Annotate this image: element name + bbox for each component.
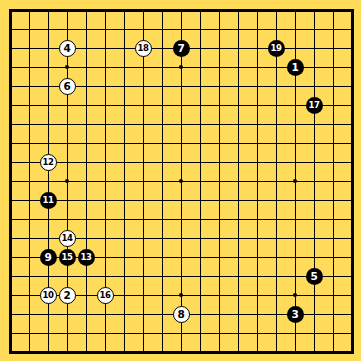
intersection-T7[interactable] [343, 229, 361, 248]
intersection-M15[interactable] [210, 77, 229, 96]
intersection-B4[interactable] [20, 286, 39, 305]
intersection-Q17[interactable] [286, 39, 305, 58]
intersection-K13[interactable] [172, 115, 191, 134]
intersection-C2[interactable] [39, 324, 58, 343]
intersection-L3[interactable] [191, 305, 210, 324]
intersection-D11[interactable] [58, 153, 77, 172]
intersection-A10[interactable] [1, 172, 20, 191]
intersection-D2[interactable] [58, 324, 77, 343]
intersection-R12[interactable] [305, 134, 324, 153]
intersection-S3[interactable] [324, 305, 343, 324]
intersection-R16[interactable] [305, 58, 324, 77]
intersection-O13[interactable] [248, 115, 267, 134]
intersection-K1[interactable] [172, 343, 191, 361]
intersection-P3[interactable] [267, 305, 286, 324]
intersection-K6[interactable] [172, 248, 191, 267]
intersection-S10[interactable] [324, 172, 343, 191]
intersection-O2[interactable] [248, 324, 267, 343]
intersection-L10[interactable] [191, 172, 210, 191]
intersection-M19[interactable] [210, 1, 229, 20]
intersection-E17[interactable] [77, 39, 96, 58]
intersection-G15[interactable] [115, 77, 134, 96]
intersection-T4[interactable] [343, 286, 361, 305]
intersection-S1[interactable] [324, 343, 343, 361]
intersection-P1[interactable] [267, 343, 286, 361]
intersection-T5[interactable] [343, 267, 361, 286]
intersection-F3[interactable] [96, 305, 115, 324]
intersection-H5[interactable] [134, 267, 153, 286]
intersection-N2[interactable] [229, 324, 248, 343]
intersection-J12[interactable] [153, 134, 172, 153]
intersection-A19[interactable] [1, 1, 20, 20]
intersection-L16[interactable] [191, 58, 210, 77]
intersection-A7[interactable] [1, 229, 20, 248]
intersection-B17[interactable] [20, 39, 39, 58]
intersection-M17[interactable] [210, 39, 229, 58]
intersection-N16[interactable] [229, 58, 248, 77]
intersection-B13[interactable] [20, 115, 39, 134]
intersection-O6[interactable] [248, 248, 267, 267]
intersection-T2[interactable] [343, 324, 361, 343]
intersection-R8[interactable] [305, 210, 324, 229]
intersection-H16[interactable] [134, 58, 153, 77]
intersection-O16[interactable] [248, 58, 267, 77]
intersection-Q15[interactable] [286, 77, 305, 96]
intersection-T19[interactable] [343, 1, 361, 20]
intersection-O12[interactable] [248, 134, 267, 153]
intersection-M11[interactable] [210, 153, 229, 172]
intersection-N7[interactable] [229, 229, 248, 248]
intersection-F16[interactable] [96, 58, 115, 77]
intersection-Q13[interactable] [286, 115, 305, 134]
intersection-Q1[interactable] [286, 343, 305, 361]
intersection-C12[interactable] [39, 134, 58, 153]
intersection-M3[interactable] [210, 305, 229, 324]
intersection-P5[interactable] [267, 267, 286, 286]
intersection-J3[interactable] [153, 305, 172, 324]
intersection-N1[interactable] [229, 343, 248, 361]
intersection-N18[interactable] [229, 20, 248, 39]
intersection-R3[interactable] [305, 305, 324, 324]
intersection-R1[interactable] [305, 343, 324, 361]
intersection-C10[interactable] [39, 172, 58, 191]
intersection-A3[interactable] [1, 305, 20, 324]
intersection-H1[interactable] [134, 343, 153, 361]
intersection-D5[interactable] [58, 267, 77, 286]
intersection-F5[interactable] [96, 267, 115, 286]
intersection-O3[interactable] [248, 305, 267, 324]
intersection-B8[interactable] [20, 210, 39, 229]
intersection-J19[interactable] [153, 1, 172, 20]
intersection-C18[interactable] [39, 20, 58, 39]
intersection-B12[interactable] [20, 134, 39, 153]
intersection-H8[interactable] [134, 210, 153, 229]
intersection-K9[interactable] [172, 191, 191, 210]
intersection-E9[interactable] [77, 191, 96, 210]
intersection-L19[interactable] [191, 1, 210, 20]
intersection-P15[interactable] [267, 77, 286, 96]
intersection-L14[interactable] [191, 96, 210, 115]
intersection-O4[interactable] [248, 286, 267, 305]
intersection-F2[interactable] [96, 324, 115, 343]
intersection-C1[interactable] [39, 343, 58, 361]
intersection-F9[interactable] [96, 191, 115, 210]
intersection-P16[interactable] [267, 58, 286, 77]
intersection-F7[interactable] [96, 229, 115, 248]
intersection-K5[interactable] [172, 267, 191, 286]
intersection-J2[interactable] [153, 324, 172, 343]
intersection-B11[interactable] [20, 153, 39, 172]
intersection-F6[interactable] [96, 248, 115, 267]
intersection-H15[interactable] [134, 77, 153, 96]
intersection-R19[interactable] [305, 1, 324, 20]
intersection-A15[interactable] [1, 77, 20, 96]
intersection-E7[interactable] [77, 229, 96, 248]
intersection-G12[interactable] [115, 134, 134, 153]
intersection-G18[interactable] [115, 20, 134, 39]
intersection-L7[interactable] [191, 229, 210, 248]
intersection-N10[interactable] [229, 172, 248, 191]
intersection-K15[interactable] [172, 77, 191, 96]
intersection-R18[interactable] [305, 20, 324, 39]
intersection-N14[interactable] [229, 96, 248, 115]
intersection-E18[interactable] [77, 20, 96, 39]
intersection-N5[interactable] [229, 267, 248, 286]
intersection-M13[interactable] [210, 115, 229, 134]
intersection-M10[interactable] [210, 172, 229, 191]
intersection-K7[interactable] [172, 229, 191, 248]
intersection-S12[interactable] [324, 134, 343, 153]
intersection-N19[interactable] [229, 1, 248, 20]
intersection-O5[interactable] [248, 267, 267, 286]
intersection-T15[interactable] [343, 77, 361, 96]
intersection-N6[interactable] [229, 248, 248, 267]
intersection-T14[interactable] [343, 96, 361, 115]
intersection-S18[interactable] [324, 20, 343, 39]
intersection-N15[interactable] [229, 77, 248, 96]
intersection-M8[interactable] [210, 210, 229, 229]
intersection-A13[interactable] [1, 115, 20, 134]
intersection-M9[interactable] [210, 191, 229, 210]
intersection-P2[interactable] [267, 324, 286, 343]
intersection-L13[interactable] [191, 115, 210, 134]
intersection-D18[interactable] [58, 20, 77, 39]
intersection-M1[interactable] [210, 343, 229, 361]
intersection-S8[interactable] [324, 210, 343, 229]
intersection-L4[interactable] [191, 286, 210, 305]
intersection-L18[interactable] [191, 20, 210, 39]
intersection-A12[interactable] [1, 134, 20, 153]
intersection-D1[interactable] [58, 343, 77, 361]
intersection-H19[interactable] [134, 1, 153, 20]
intersection-K12[interactable] [172, 134, 191, 153]
intersection-S15[interactable] [324, 77, 343, 96]
intersection-F10[interactable] [96, 172, 115, 191]
intersection-L6[interactable] [191, 248, 210, 267]
intersection-M6[interactable] [210, 248, 229, 267]
intersection-K8[interactable] [172, 210, 191, 229]
intersection-K19[interactable] [172, 1, 191, 20]
intersection-L15[interactable] [191, 77, 210, 96]
intersection-T11[interactable] [343, 153, 361, 172]
intersection-F14[interactable] [96, 96, 115, 115]
intersection-R10[interactable] [305, 172, 324, 191]
intersection-E11[interactable] [77, 153, 96, 172]
intersection-P10[interactable] [267, 172, 286, 191]
intersection-S13[interactable] [324, 115, 343, 134]
intersection-J10[interactable] [153, 172, 172, 191]
intersection-T13[interactable] [343, 115, 361, 134]
intersection-P4[interactable] [267, 286, 286, 305]
intersection-N8[interactable] [229, 210, 248, 229]
intersection-G13[interactable] [115, 115, 134, 134]
intersection-M12[interactable] [210, 134, 229, 153]
intersection-G10[interactable] [115, 172, 134, 191]
intersection-G2[interactable] [115, 324, 134, 343]
intersection-G19[interactable] [115, 1, 134, 20]
intersection-J4[interactable] [153, 286, 172, 305]
intersection-C19[interactable] [39, 1, 58, 20]
intersection-P6[interactable] [267, 248, 286, 267]
intersection-F13[interactable] [96, 115, 115, 134]
intersection-D9[interactable] [58, 191, 77, 210]
intersection-O14[interactable] [248, 96, 267, 115]
intersection-G14[interactable] [115, 96, 134, 115]
intersection-P14[interactable] [267, 96, 286, 115]
intersection-S4[interactable] [324, 286, 343, 305]
intersection-A4[interactable] [1, 286, 20, 305]
intersection-J7[interactable] [153, 229, 172, 248]
intersection-S16[interactable] [324, 58, 343, 77]
intersection-Q6[interactable] [286, 248, 305, 267]
intersection-P18[interactable] [267, 20, 286, 39]
intersection-H7[interactable] [134, 229, 153, 248]
intersection-H18[interactable] [134, 20, 153, 39]
intersection-S9[interactable] [324, 191, 343, 210]
intersection-Q11[interactable] [286, 153, 305, 172]
intersection-C14[interactable] [39, 96, 58, 115]
intersection-K2[interactable] [172, 324, 191, 343]
intersection-B9[interactable] [20, 191, 39, 210]
intersection-R2[interactable] [305, 324, 324, 343]
intersection-G11[interactable] [115, 153, 134, 172]
intersection-C15[interactable] [39, 77, 58, 96]
intersection-F11[interactable] [96, 153, 115, 172]
intersection-P19[interactable] [267, 1, 286, 20]
intersection-G16[interactable] [115, 58, 134, 77]
intersection-C7[interactable] [39, 229, 58, 248]
intersection-R6[interactable] [305, 248, 324, 267]
intersection-J1[interactable] [153, 343, 172, 361]
intersection-H10[interactable] [134, 172, 153, 191]
intersection-J8[interactable] [153, 210, 172, 229]
intersection-T3[interactable] [343, 305, 361, 324]
intersection-O15[interactable] [248, 77, 267, 96]
intersection-K11[interactable] [172, 153, 191, 172]
intersection-O18[interactable] [248, 20, 267, 39]
intersection-G4[interactable] [115, 286, 134, 305]
intersection-A8[interactable] [1, 210, 20, 229]
intersection-D8[interactable] [58, 210, 77, 229]
intersection-S19[interactable] [324, 1, 343, 20]
intersection-S2[interactable] [324, 324, 343, 343]
intersection-J17[interactable] [153, 39, 172, 58]
intersection-F15[interactable] [96, 77, 115, 96]
intersection-E3[interactable] [77, 305, 96, 324]
intersection-B2[interactable] [20, 324, 39, 343]
intersection-D14[interactable] [58, 96, 77, 115]
intersection-E15[interactable] [77, 77, 96, 96]
intersection-P9[interactable] [267, 191, 286, 210]
intersection-J6[interactable] [153, 248, 172, 267]
intersection-P13[interactable] [267, 115, 286, 134]
intersection-G7[interactable] [115, 229, 134, 248]
intersection-P12[interactable] [267, 134, 286, 153]
intersection-E16[interactable] [77, 58, 96, 77]
intersection-O11[interactable] [248, 153, 267, 172]
intersection-D19[interactable] [58, 1, 77, 20]
intersection-T8[interactable] [343, 210, 361, 229]
intersection-O10[interactable] [248, 172, 267, 191]
intersection-H11[interactable] [134, 153, 153, 172]
intersection-H3[interactable] [134, 305, 153, 324]
intersection-F18[interactable] [96, 20, 115, 39]
intersection-L1[interactable] [191, 343, 210, 361]
intersection-B19[interactable] [20, 1, 39, 20]
intersection-A2[interactable] [1, 324, 20, 343]
intersection-K18[interactable] [172, 20, 191, 39]
intersection-R7[interactable] [305, 229, 324, 248]
intersection-A14[interactable] [1, 96, 20, 115]
intersection-R9[interactable] [305, 191, 324, 210]
intersection-E1[interactable] [77, 343, 96, 361]
intersection-B18[interactable] [20, 20, 39, 39]
intersection-N4[interactable] [229, 286, 248, 305]
intersection-G6[interactable] [115, 248, 134, 267]
intersection-J15[interactable] [153, 77, 172, 96]
intersection-T10[interactable] [343, 172, 361, 191]
intersection-B14[interactable] [20, 96, 39, 115]
intersection-E4[interactable] [77, 286, 96, 305]
intersection-B5[interactable] [20, 267, 39, 286]
intersection-N9[interactable] [229, 191, 248, 210]
intersection-N3[interactable] [229, 305, 248, 324]
intersection-A9[interactable] [1, 191, 20, 210]
intersection-E5[interactable] [77, 267, 96, 286]
intersection-J14[interactable] [153, 96, 172, 115]
intersection-F8[interactable] [96, 210, 115, 229]
intersection-E10[interactable] [77, 172, 96, 191]
intersection-H12[interactable] [134, 134, 153, 153]
intersection-C13[interactable] [39, 115, 58, 134]
intersection-M16[interactable] [210, 58, 229, 77]
intersection-M4[interactable] [210, 286, 229, 305]
intersection-M18[interactable] [210, 20, 229, 39]
intersection-M5[interactable] [210, 267, 229, 286]
intersection-A6[interactable] [1, 248, 20, 267]
intersection-T12[interactable] [343, 134, 361, 153]
intersection-N13[interactable] [229, 115, 248, 134]
intersection-L17[interactable] [191, 39, 210, 58]
intersection-Q7[interactable] [286, 229, 305, 248]
intersection-B15[interactable] [20, 77, 39, 96]
intersection-R4[interactable] [305, 286, 324, 305]
intersection-P7[interactable] [267, 229, 286, 248]
intersection-C3[interactable] [39, 305, 58, 324]
intersection-Q5[interactable] [286, 267, 305, 286]
intersection-H6[interactable] [134, 248, 153, 267]
intersection-C5[interactable] [39, 267, 58, 286]
intersection-H14[interactable] [134, 96, 153, 115]
intersection-M7[interactable] [210, 229, 229, 248]
intersection-B1[interactable] [20, 343, 39, 361]
intersection-G9[interactable] [115, 191, 134, 210]
intersection-Q8[interactable] [286, 210, 305, 229]
intersection-G8[interactable] [115, 210, 134, 229]
intersection-L9[interactable] [191, 191, 210, 210]
intersection-J16[interactable] [153, 58, 172, 77]
intersection-A16[interactable] [1, 58, 20, 77]
intersection-O1[interactable] [248, 343, 267, 361]
intersection-H13[interactable] [134, 115, 153, 134]
intersection-D12[interactable] [58, 134, 77, 153]
intersection-A17[interactable] [1, 39, 20, 58]
intersection-L11[interactable] [191, 153, 210, 172]
intersection-S6[interactable] [324, 248, 343, 267]
intersection-T16[interactable] [343, 58, 361, 77]
intersection-T18[interactable] [343, 20, 361, 39]
intersection-F17[interactable] [96, 39, 115, 58]
intersection-T17[interactable] [343, 39, 361, 58]
intersection-S5[interactable] [324, 267, 343, 286]
intersection-P11[interactable] [267, 153, 286, 172]
intersection-L2[interactable] [191, 324, 210, 343]
intersection-R15[interactable] [305, 77, 324, 96]
intersection-S11[interactable] [324, 153, 343, 172]
intersection-B16[interactable] [20, 58, 39, 77]
intersection-J11[interactable] [153, 153, 172, 172]
intersection-B7[interactable] [20, 229, 39, 248]
intersection-B3[interactable] [20, 305, 39, 324]
intersection-J5[interactable] [153, 267, 172, 286]
intersection-H2[interactable] [134, 324, 153, 343]
intersection-T9[interactable] [343, 191, 361, 210]
intersection-E12[interactable] [77, 134, 96, 153]
intersection-L5[interactable] [191, 267, 210, 286]
intersection-O17[interactable] [248, 39, 267, 58]
intersection-F12[interactable] [96, 134, 115, 153]
intersection-O7[interactable] [248, 229, 267, 248]
intersection-G3[interactable] [115, 305, 134, 324]
intersection-B6[interactable] [20, 248, 39, 267]
intersection-G17[interactable] [115, 39, 134, 58]
intersection-Q2[interactable] [286, 324, 305, 343]
intersection-M14[interactable] [210, 96, 229, 115]
intersection-O8[interactable] [248, 210, 267, 229]
intersection-E13[interactable] [77, 115, 96, 134]
intersection-J18[interactable] [153, 20, 172, 39]
intersection-S14[interactable] [324, 96, 343, 115]
intersection-A5[interactable] [1, 267, 20, 286]
intersection-N12[interactable] [229, 134, 248, 153]
intersection-G5[interactable] [115, 267, 134, 286]
intersection-C17[interactable] [39, 39, 58, 58]
intersection-S7[interactable] [324, 229, 343, 248]
intersection-E2[interactable] [77, 324, 96, 343]
intersection-Q14[interactable] [286, 96, 305, 115]
intersection-D3[interactable] [58, 305, 77, 324]
intersection-J9[interactable] [153, 191, 172, 210]
